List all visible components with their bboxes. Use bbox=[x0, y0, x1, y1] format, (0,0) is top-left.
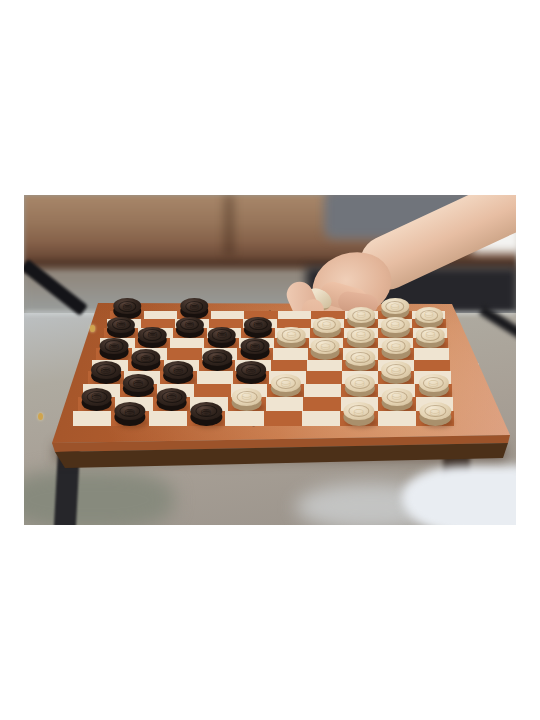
piece-dark-man[interactable]: ⛂ bbox=[107, 317, 135, 338]
dark-man-glyph: ⛂ bbox=[246, 364, 256, 376]
piece-light-man[interactable]: ⛀ bbox=[348, 307, 376, 328]
square-r1c3[interactable] bbox=[149, 411, 187, 426]
piece-dark-man[interactable]: ⛂ bbox=[81, 388, 112, 411]
light-man-glyph: ⛀ bbox=[391, 340, 401, 352]
piece-top: ⛀ bbox=[381, 361, 411, 378]
piece-top: ⛂ bbox=[203, 349, 232, 366]
dark-man-glyph: ⛂ bbox=[166, 390, 177, 403]
light-man-glyph: ⛀ bbox=[354, 405, 365, 418]
square-r5c10[interactable] bbox=[414, 360, 450, 372]
light-man-glyph: ⛀ bbox=[424, 309, 434, 321]
piece-top: ⛀ bbox=[381, 388, 412, 406]
piece-light-man[interactable]: ⛀ bbox=[277, 327, 305, 349]
piece-top: ⛂ bbox=[131, 349, 160, 366]
piece-light-man[interactable]: ⛀ bbox=[420, 402, 451, 426]
square-r8c5[interactable]: ⛂ bbox=[241, 328, 275, 338]
square-r6c7[interactable]: ⛀ bbox=[308, 348, 343, 359]
square-r2c3[interactable]: ⛂ bbox=[153, 397, 191, 411]
piece-dark-man[interactable]: ⛂ bbox=[236, 361, 266, 384]
piece-light-man[interactable]: ⛀ bbox=[271, 374, 301, 397]
light-man-glyph: ⛀ bbox=[281, 377, 292, 390]
piece-light-man[interactable]: ⛀ bbox=[381, 388, 412, 411]
piece-light-man[interactable]: ⛀ bbox=[345, 374, 375, 397]
piece-light-man[interactable]: ⛀ bbox=[415, 307, 443, 328]
square-r5c4[interactable]: ⛂ bbox=[199, 360, 235, 372]
square-r6c5[interactable]: ⛂ bbox=[237, 348, 272, 359]
square-r1c10[interactable]: ⛀ bbox=[416, 411, 454, 426]
piece-dark-man[interactable]: ⛂ bbox=[99, 338, 128, 360]
piece-dark-man[interactable]: ⛂ bbox=[156, 388, 187, 411]
dark-man-glyph: ⛂ bbox=[116, 319, 126, 331]
dark-man-glyph: ⛂ bbox=[101, 364, 111, 376]
square-r6c1[interactable]: ⛂ bbox=[96, 348, 131, 359]
square-r5c7[interactable] bbox=[307, 360, 343, 372]
square-r1c6[interactable] bbox=[264, 411, 302, 426]
dark-man-glyph: ⛂ bbox=[91, 390, 102, 403]
square-r3c4[interactable] bbox=[194, 384, 231, 397]
square-r10c4[interactable] bbox=[211, 311, 244, 319]
piece-dark-man[interactable]: ⛂ bbox=[91, 361, 121, 384]
piece-dark-man[interactable]: ⛂ bbox=[164, 361, 194, 384]
square-r6c9[interactable]: ⛀ bbox=[378, 348, 413, 359]
light-man-glyph: ⛀ bbox=[241, 390, 252, 403]
piece-light-man[interactable]: ⛀ bbox=[416, 327, 444, 349]
square-r8c3[interactable]: ⛂ bbox=[173, 328, 207, 338]
square-r4c7[interactable] bbox=[306, 371, 342, 384]
dark-man-glyph: ⛂ bbox=[189, 301, 199, 312]
piece-top: ⛂ bbox=[81, 388, 112, 406]
square-r2c1[interactable]: ⛂ bbox=[78, 397, 116, 411]
dark-man-glyph: ⛂ bbox=[173, 364, 183, 376]
piece-dark-man[interactable]: ⛂ bbox=[191, 402, 222, 426]
square-r6c6[interactable] bbox=[273, 348, 308, 359]
light-man-glyph: ⛀ bbox=[356, 329, 366, 341]
light-man-glyph: ⛀ bbox=[286, 329, 296, 341]
piece-top: ⛀ bbox=[346, 349, 375, 366]
dark-man-glyph: ⛂ bbox=[141, 352, 151, 364]
piece-light-man[interactable]: ⛀ bbox=[418, 374, 448, 397]
square-r1c9[interactable] bbox=[378, 411, 416, 426]
piece-top: ⛀ bbox=[348, 307, 376, 323]
square-r4c9[interactable]: ⛀ bbox=[378, 371, 414, 384]
piece-dark-man[interactable]: ⛂ bbox=[138, 327, 166, 349]
square-r5c2[interactable]: ⛂ bbox=[128, 360, 164, 372]
square-r1c5[interactable] bbox=[225, 411, 263, 426]
square-r1c8[interactable]: ⛀ bbox=[340, 411, 378, 426]
light-man-glyph: ⛀ bbox=[430, 405, 441, 418]
board-row-1: ⛂⛂⛀⛀ bbox=[73, 411, 455, 426]
dark-man-glyph: ⛂ bbox=[185, 319, 195, 331]
square-r2c7[interactable] bbox=[303, 397, 341, 411]
square-r3c7[interactable] bbox=[304, 384, 341, 397]
piece-top: ⛂ bbox=[99, 338, 128, 355]
square-r1c7[interactable] bbox=[302, 411, 340, 426]
light-man-glyph: ⛀ bbox=[355, 352, 365, 364]
square-r6c10[interactable] bbox=[414, 348, 449, 359]
piece-top: ⛂ bbox=[240, 338, 269, 355]
square-r7c6[interactable]: ⛀ bbox=[274, 338, 309, 348]
brass-hinge-glint bbox=[90, 325, 95, 332]
square-r4c1[interactable]: ⛂ bbox=[88, 371, 124, 384]
dark-man-glyph: ⛂ bbox=[212, 352, 222, 364]
square-r7c2[interactable]: ⛂ bbox=[135, 338, 170, 348]
piece-top: ⛀ bbox=[231, 388, 262, 406]
light-man-glyph: ⛀ bbox=[391, 319, 401, 331]
piece-top: ⛀ bbox=[381, 338, 410, 355]
dark-man-glyph: ⛂ bbox=[250, 340, 260, 352]
square-r3c10[interactable]: ⛀ bbox=[415, 384, 452, 397]
piece-dark-man[interactable]: ⛂ bbox=[240, 338, 269, 360]
square-r4c5[interactable]: ⛂ bbox=[233, 371, 269, 384]
piece-top: ⛂ bbox=[236, 361, 266, 378]
light-man-glyph: ⛀ bbox=[322, 319, 332, 331]
square-r2c5[interactable]: ⛀ bbox=[228, 397, 266, 411]
light-man-glyph: ⛀ bbox=[391, 390, 402, 403]
piece-top: ⛀ bbox=[381, 298, 408, 314]
piece-light-man[interactable]: ⛀ bbox=[346, 349, 375, 371]
piece-dark-man[interactable]: ⛂ bbox=[131, 349, 160, 371]
square-r3c6[interactable]: ⛀ bbox=[267, 384, 304, 397]
piece-dark-man[interactable]: ⛂ bbox=[244, 317, 272, 338]
dark-man-glyph: ⛂ bbox=[217, 329, 227, 341]
light-man-glyph: ⛀ bbox=[391, 364, 401, 376]
piece-top: ⛂ bbox=[164, 361, 194, 378]
square-r5c6[interactable] bbox=[271, 360, 307, 372]
light-man-glyph: ⛀ bbox=[428, 377, 439, 390]
dark-man-glyph: ⛂ bbox=[253, 319, 263, 331]
light-man-glyph: ⛀ bbox=[320, 340, 330, 352]
piece-light-man[interactable]: ⛀ bbox=[343, 402, 374, 426]
square-r7c10[interactable]: ⛀ bbox=[413, 338, 448, 348]
square-r2c6[interactable] bbox=[266, 397, 304, 411]
square-r1c1[interactable] bbox=[73, 411, 111, 426]
square-r8c9[interactable]: ⛀ bbox=[378, 328, 412, 338]
square-r5c8[interactable]: ⛀ bbox=[342, 360, 378, 372]
dark-man-glyph: ⛂ bbox=[124, 405, 135, 418]
square-r10c2[interactable] bbox=[144, 311, 177, 319]
square-r7c4[interactable]: ⛂ bbox=[204, 338, 239, 348]
square-r6c3[interactable] bbox=[167, 348, 202, 359]
square-r4c4[interactable] bbox=[197, 371, 233, 384]
dark-man-glyph: ⛂ bbox=[109, 340, 119, 352]
piece-light-man[interactable]: ⛀ bbox=[347, 327, 375, 349]
piece-top: ⛂ bbox=[180, 298, 207, 314]
square-r3c2[interactable]: ⛂ bbox=[120, 384, 157, 397]
piece-light-man[interactable]: ⛀ bbox=[231, 388, 262, 411]
square-r4c3[interactable]: ⛂ bbox=[160, 371, 196, 384]
dark-man-glyph: ⛂ bbox=[133, 377, 144, 390]
square-r10c6[interactable] bbox=[278, 311, 311, 319]
piece-top: ⛂ bbox=[113, 298, 140, 314]
dark-man-glyph: ⛂ bbox=[122, 301, 132, 312]
piece-dark-man[interactable]: ⛂ bbox=[208, 327, 236, 349]
square-r8c7[interactable]: ⛀ bbox=[310, 328, 344, 338]
piece-light-man[interactable]: ⛀ bbox=[381, 338, 410, 360]
square-r8c1[interactable]: ⛂ bbox=[104, 328, 138, 338]
piece-light-man[interactable]: ⛀ bbox=[311, 338, 340, 360]
dark-man-glyph: ⛂ bbox=[201, 405, 212, 418]
piece-light-man[interactable]: ⛀ bbox=[381, 361, 411, 384]
piece-top: ⛂ bbox=[91, 361, 121, 378]
square-r7c8[interactable]: ⛀ bbox=[343, 338, 378, 348]
square-r7c3[interactable] bbox=[170, 338, 205, 348]
piece-top: ⛂ bbox=[156, 388, 187, 406]
piece-light-man[interactable]: ⛀ bbox=[313, 317, 341, 338]
piece-dark-man[interactable]: ⛂ bbox=[114, 402, 145, 426]
light-man-glyph: ⛀ bbox=[425, 329, 435, 341]
square-r3c8[interactable]: ⛀ bbox=[341, 384, 378, 397]
dark-man-glyph: ⛂ bbox=[147, 329, 157, 341]
piece-dark-man[interactable]: ⛂ bbox=[203, 349, 232, 371]
piece-dark-man[interactable]: ⛂ bbox=[176, 317, 204, 338]
piece-light-man[interactable]: ⛀ bbox=[381, 317, 409, 338]
piece-top: ⛀ bbox=[415, 307, 443, 323]
brass-latch-glint bbox=[38, 413, 43, 420]
photo-checkers-scene: ⛂⛂⛀⛀⛀⛂⛂⛂⛀⛀⛂⛂⛀⛀⛀⛂⛂⛀⛀⛂⛂⛀⛂⛂⛂⛀⛂⛀⛀⛀⛂⛂⛀⛀⛂⛂⛀⛀ bbox=[24, 195, 516, 525]
square-r2c9[interactable]: ⛀ bbox=[378, 397, 416, 411]
piece-top: ⛀ bbox=[311, 338, 340, 355]
square-r1c4[interactable]: ⛂ bbox=[187, 411, 225, 426]
piece-dark-man[interactable]: ⛂ bbox=[123, 374, 153, 397]
light-man-glyph: ⛀ bbox=[390, 301, 400, 312]
light-man-glyph: ⛀ bbox=[354, 377, 365, 390]
square-r1c2[interactable]: ⛂ bbox=[111, 411, 149, 426]
light-man-glyph: ⛀ bbox=[357, 309, 367, 321]
